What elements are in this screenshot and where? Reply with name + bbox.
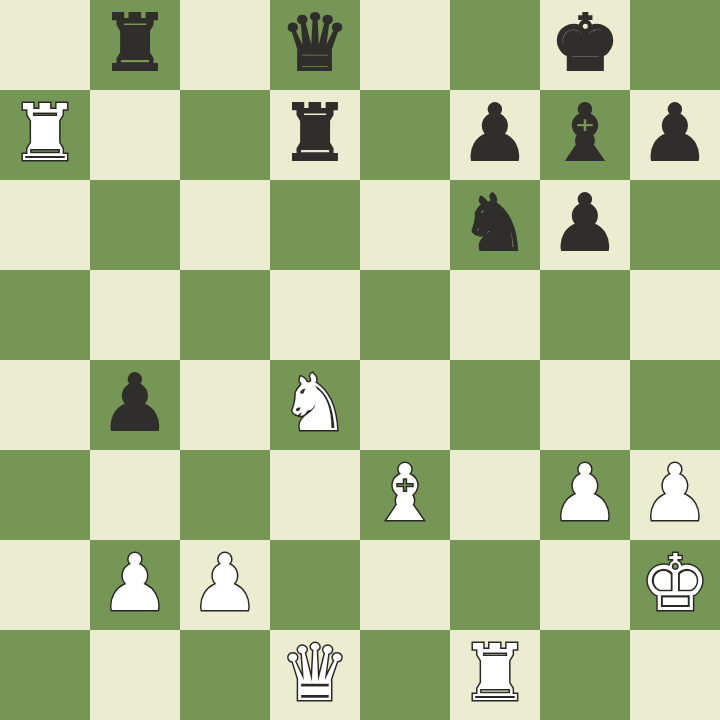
square-a7[interactable]: ♜ xyxy=(0,90,90,180)
square-d4[interactable]: ♞ xyxy=(270,360,360,450)
square-d8[interactable]: ♛ xyxy=(270,0,360,90)
square-d2[interactable] xyxy=(270,540,360,630)
piece-black-rook[interactable]: ♜ xyxy=(100,0,170,88)
square-f5[interactable] xyxy=(450,270,540,360)
square-c7[interactable] xyxy=(180,90,270,180)
square-f8[interactable] xyxy=(450,0,540,90)
piece-black-pawn[interactable]: ♟ xyxy=(100,358,170,448)
square-g8[interactable]: ♚ xyxy=(540,0,630,90)
square-d6[interactable] xyxy=(270,180,360,270)
square-b2[interactable]: ♟ xyxy=(90,540,180,630)
piece-white-pawn[interactable]: ♟ xyxy=(640,448,710,538)
piece-white-rook[interactable]: ♜ xyxy=(460,628,530,718)
square-a4[interactable] xyxy=(0,360,90,450)
square-e3[interactable]: ♝ xyxy=(360,450,450,540)
square-h1[interactable] xyxy=(630,630,720,720)
piece-black-king[interactable]: ♚ xyxy=(550,0,620,88)
square-g1[interactable] xyxy=(540,630,630,720)
square-e1[interactable] xyxy=(360,630,450,720)
square-c1[interactable] xyxy=(180,630,270,720)
square-h8[interactable] xyxy=(630,0,720,90)
square-b3[interactable] xyxy=(90,450,180,540)
piece-white-knight[interactable]: ♞ xyxy=(280,358,350,448)
square-g3[interactable]: ♟ xyxy=(540,450,630,540)
piece-white-pawn[interactable]: ♟ xyxy=(550,448,620,538)
square-d3[interactable] xyxy=(270,450,360,540)
square-e7[interactable] xyxy=(360,90,450,180)
square-e4[interactable] xyxy=(360,360,450,450)
square-g5[interactable] xyxy=(540,270,630,360)
piece-black-rook[interactable]: ♜ xyxy=(280,88,350,178)
square-c8[interactable] xyxy=(180,0,270,90)
square-f7[interactable]: ♟ xyxy=(450,90,540,180)
piece-white-rook[interactable]: ♜ xyxy=(10,88,80,178)
piece-black-pawn[interactable]: ♟ xyxy=(640,88,710,178)
square-a6[interactable] xyxy=(0,180,90,270)
square-d5[interactable] xyxy=(270,270,360,360)
square-a3[interactable] xyxy=(0,450,90,540)
square-f6[interactable]: ♞ xyxy=(450,180,540,270)
square-f1[interactable]: ♜ xyxy=(450,630,540,720)
square-a1[interactable] xyxy=(0,630,90,720)
square-f4[interactable] xyxy=(450,360,540,450)
square-d7[interactable]: ♜ xyxy=(270,90,360,180)
piece-black-pawn[interactable]: ♟ xyxy=(550,178,620,268)
square-b8[interactable]: ♜ xyxy=(90,0,180,90)
square-g4[interactable] xyxy=(540,360,630,450)
square-f3[interactable] xyxy=(450,450,540,540)
square-e8[interactable] xyxy=(360,0,450,90)
square-b4[interactable]: ♟ xyxy=(90,360,180,450)
square-b1[interactable] xyxy=(90,630,180,720)
square-e6[interactable] xyxy=(360,180,450,270)
square-h2[interactable]: ♚ xyxy=(630,540,720,630)
square-g6[interactable]: ♟ xyxy=(540,180,630,270)
square-c2[interactable]: ♟ xyxy=(180,540,270,630)
piece-white-king[interactable]: ♚ xyxy=(640,538,710,628)
square-c4[interactable] xyxy=(180,360,270,450)
piece-black-knight[interactable]: ♞ xyxy=(460,178,530,268)
square-a8[interactable] xyxy=(0,0,90,90)
square-g7[interactable]: ♝ xyxy=(540,90,630,180)
square-h6[interactable] xyxy=(630,180,720,270)
square-c3[interactable] xyxy=(180,450,270,540)
square-a5[interactable] xyxy=(0,270,90,360)
square-h3[interactable]: ♟ xyxy=(630,450,720,540)
square-h7[interactable]: ♟ xyxy=(630,90,720,180)
square-b5[interactable] xyxy=(90,270,180,360)
square-d1[interactable]: ♛ xyxy=(270,630,360,720)
square-e2[interactable] xyxy=(360,540,450,630)
square-h5[interactable] xyxy=(630,270,720,360)
piece-white-bishop[interactable]: ♝ xyxy=(370,448,440,538)
square-b6[interactable] xyxy=(90,180,180,270)
piece-black-pawn[interactable]: ♟ xyxy=(460,88,530,178)
square-g2[interactable] xyxy=(540,540,630,630)
piece-black-queen[interactable]: ♛ xyxy=(280,0,350,88)
square-c6[interactable] xyxy=(180,180,270,270)
chess-board: ♜♛♚♜♜♟♝♟♞♟♟♞♝♟♟♟♟♚♛♜ xyxy=(0,0,720,720)
piece-white-pawn[interactable]: ♟ xyxy=(100,538,170,628)
square-h4[interactable] xyxy=(630,360,720,450)
square-e5[interactable] xyxy=(360,270,450,360)
piece-white-queen[interactable]: ♛ xyxy=(280,628,350,718)
square-b7[interactable] xyxy=(90,90,180,180)
piece-white-pawn[interactable]: ♟ xyxy=(190,538,260,628)
piece-black-bishop[interactable]: ♝ xyxy=(550,88,620,178)
square-f2[interactable] xyxy=(450,540,540,630)
square-a2[interactable] xyxy=(0,540,90,630)
square-c5[interactable] xyxy=(180,270,270,360)
